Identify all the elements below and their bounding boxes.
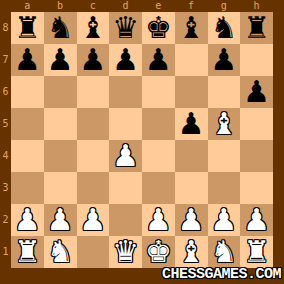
square-d1[interactable]: ♛ bbox=[109, 236, 142, 268]
square-g8[interactable]: ♞ bbox=[208, 12, 241, 44]
square-a4[interactable] bbox=[11, 140, 44, 172]
white-queen[interactable]: ♛ bbox=[112, 236, 139, 268]
square-f7[interactable] bbox=[175, 44, 208, 76]
white-rook[interactable]: ♜ bbox=[14, 236, 41, 268]
square-b2[interactable]: ♟ bbox=[44, 204, 77, 236]
square-f8[interactable]: ♝ bbox=[175, 12, 208, 44]
square-f4[interactable] bbox=[175, 140, 208, 172]
site-watermark: CHESSGAMES.COM bbox=[162, 266, 281, 283]
rank-label-6: 6 bbox=[0, 76, 11, 108]
square-f1[interactable]: ♝ bbox=[175, 236, 208, 268]
square-b5[interactable] bbox=[44, 108, 77, 140]
white-pawn[interactable]: ♟ bbox=[145, 204, 172, 236]
square-e1[interactable]: ♚ bbox=[142, 236, 175, 268]
black-bishop[interactable]: ♝ bbox=[178, 12, 205, 44]
square-h4[interactable] bbox=[240, 140, 273, 172]
black-pawn[interactable]: ♟ bbox=[243, 76, 270, 108]
chess-diagram: abcdefgh 87654321 ♜♞♝♛♚♝♞♜♟♟♟♟♟♟♟♟♝♟♟♟♟♟… bbox=[0, 0, 284, 284]
square-c4[interactable] bbox=[77, 140, 110, 172]
square-e5[interactable] bbox=[142, 108, 175, 140]
black-knight[interactable]: ♞ bbox=[210, 12, 237, 44]
square-d4[interactable]: ♟ bbox=[109, 140, 142, 172]
white-pawn[interactable]: ♟ bbox=[178, 204, 205, 236]
square-c8[interactable]: ♝ bbox=[77, 12, 110, 44]
white-pawn[interactable]: ♟ bbox=[243, 204, 270, 236]
black-rook[interactable]: ♜ bbox=[243, 12, 270, 44]
white-knight[interactable]: ♞ bbox=[210, 236, 237, 268]
square-g1[interactable]: ♞ bbox=[208, 236, 241, 268]
square-b1[interactable]: ♞ bbox=[44, 236, 77, 268]
white-bishop[interactable]: ♝ bbox=[178, 236, 205, 268]
square-f2[interactable]: ♟ bbox=[175, 204, 208, 236]
square-a2[interactable]: ♟ bbox=[11, 204, 44, 236]
square-e3[interactable] bbox=[142, 172, 175, 204]
square-g4[interactable] bbox=[208, 140, 241, 172]
black-rook[interactable]: ♜ bbox=[14, 12, 41, 44]
square-a3[interactable] bbox=[11, 172, 44, 204]
square-e7[interactable]: ♟ bbox=[142, 44, 175, 76]
square-e2[interactable]: ♟ bbox=[142, 204, 175, 236]
square-a6[interactable] bbox=[11, 76, 44, 108]
rank-label-1: 1 bbox=[0, 236, 11, 268]
square-c3[interactable] bbox=[77, 172, 110, 204]
white-pawn[interactable]: ♟ bbox=[79, 204, 106, 236]
square-f5[interactable]: ♟ bbox=[175, 108, 208, 140]
square-a8[interactable]: ♜ bbox=[11, 12, 44, 44]
square-f3[interactable] bbox=[175, 172, 208, 204]
black-pawn[interactable]: ♟ bbox=[145, 44, 172, 76]
square-a5[interactable] bbox=[11, 108, 44, 140]
square-f6[interactable] bbox=[175, 76, 208, 108]
square-e8[interactable]: ♚ bbox=[142, 12, 175, 44]
chessboard: ♜♞♝♛♚♝♞♜♟♟♟♟♟♟♟♟♝♟♟♟♟♟♟♟♟♜♞♛♚♝♞♜ bbox=[11, 12, 273, 268]
square-h8[interactable]: ♜ bbox=[240, 12, 273, 44]
square-d3[interactable] bbox=[109, 172, 142, 204]
square-d5[interactable] bbox=[109, 108, 142, 140]
square-h7[interactable] bbox=[240, 44, 273, 76]
square-c1[interactable] bbox=[77, 236, 110, 268]
rank-coordinates: 87654321 bbox=[0, 12, 11, 268]
square-a1[interactable]: ♜ bbox=[11, 236, 44, 268]
white-pawn[interactable]: ♟ bbox=[14, 204, 41, 236]
rank-label-3: 3 bbox=[0, 172, 11, 204]
white-rook[interactable]: ♜ bbox=[243, 236, 270, 268]
black-pawn[interactable]: ♟ bbox=[210, 44, 237, 76]
black-pawn[interactable]: ♟ bbox=[79, 44, 106, 76]
square-d6[interactable] bbox=[109, 76, 142, 108]
square-b8[interactable]: ♞ bbox=[44, 12, 77, 44]
square-c2[interactable]: ♟ bbox=[77, 204, 110, 236]
square-d8[interactable]: ♛ bbox=[109, 12, 142, 44]
square-b6[interactable] bbox=[44, 76, 77, 108]
square-c5[interactable] bbox=[77, 108, 110, 140]
black-pawn[interactable]: ♟ bbox=[14, 44, 41, 76]
square-h1[interactable]: ♜ bbox=[240, 236, 273, 268]
black-bishop[interactable]: ♝ bbox=[79, 12, 106, 44]
square-b3[interactable] bbox=[44, 172, 77, 204]
black-pawn[interactable]: ♟ bbox=[178, 108, 205, 140]
rank-label-4: 4 bbox=[0, 140, 11, 172]
white-pawn[interactable]: ♟ bbox=[210, 204, 237, 236]
square-d2[interactable] bbox=[109, 204, 142, 236]
square-g2[interactable]: ♟ bbox=[208, 204, 241, 236]
rank-label-8: 8 bbox=[0, 12, 11, 44]
black-queen[interactable]: ♛ bbox=[112, 12, 139, 44]
square-c7[interactable]: ♟ bbox=[77, 44, 110, 76]
square-e4[interactable] bbox=[142, 140, 175, 172]
rank-label-2: 2 bbox=[0, 204, 11, 236]
square-b7[interactable]: ♟ bbox=[44, 44, 77, 76]
black-pawn[interactable]: ♟ bbox=[112, 44, 139, 76]
square-g3[interactable] bbox=[208, 172, 241, 204]
square-h6[interactable]: ♟ bbox=[240, 76, 273, 108]
square-c6[interactable] bbox=[77, 76, 110, 108]
square-e6[interactable] bbox=[142, 76, 175, 108]
white-pawn[interactable]: ♟ bbox=[47, 204, 74, 236]
white-king[interactable]: ♚ bbox=[145, 236, 172, 268]
square-d7[interactable]: ♟ bbox=[109, 44, 142, 76]
black-king[interactable]: ♚ bbox=[145, 12, 172, 44]
square-h2[interactable]: ♟ bbox=[240, 204, 273, 236]
black-pawn[interactable]: ♟ bbox=[47, 44, 74, 76]
white-pawn[interactable]: ♟ bbox=[112, 140, 139, 172]
square-b4[interactable] bbox=[44, 140, 77, 172]
rank-label-7: 7 bbox=[0, 44, 11, 76]
rank-label-5: 5 bbox=[0, 108, 11, 140]
white-bishop[interactable]: ♝ bbox=[210, 108, 237, 140]
square-g5[interactable]: ♝ bbox=[208, 108, 241, 140]
square-h3[interactable] bbox=[240, 172, 273, 204]
square-a7[interactable]: ♟ bbox=[11, 44, 44, 76]
white-knight[interactable]: ♞ bbox=[47, 236, 74, 268]
square-h5[interactable] bbox=[240, 108, 273, 140]
black-knight[interactable]: ♞ bbox=[47, 12, 74, 44]
square-g7[interactable]: ♟ bbox=[208, 44, 241, 76]
square-g6[interactable] bbox=[208, 76, 241, 108]
